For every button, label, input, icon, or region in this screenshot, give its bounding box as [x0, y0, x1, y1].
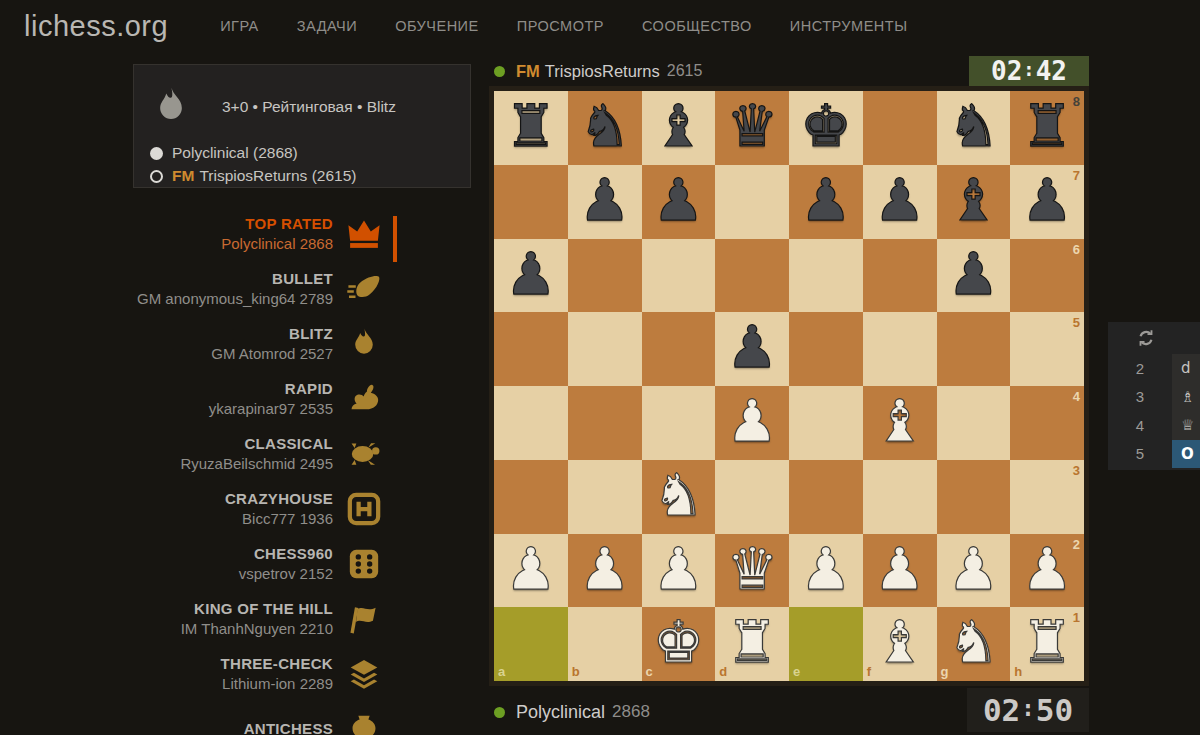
square-g3[interactable] — [937, 460, 1011, 534]
square-b4[interactable] — [568, 386, 642, 460]
file-label-h: h — [1014, 664, 1022, 679]
leaderboard-player: GM Atomrod 2527 — [211, 344, 333, 364]
layers-icon — [346, 656, 382, 692]
leaderboard-player: Polyclinical 2868 — [221, 234, 333, 254]
site-logo[interactable]: lichess.org — [24, 10, 168, 43]
leaderboard-player: Bicc777 1936 — [225, 509, 333, 529]
move-number: 2 — [1108, 354, 1172, 383]
square-a2[interactable]: ♟ — [494, 534, 568, 608]
square-f7[interactable]: ♟ — [863, 165, 937, 239]
square-c4[interactable] — [642, 386, 716, 460]
black-queen-d8[interactable]: ♛ — [715, 91, 789, 165]
leaderboard-entry-rapid[interactable]: RAPIDykarapinar97 2535 — [60, 379, 382, 419]
square-a8[interactable]: ♜ — [494, 91, 568, 165]
move-list-panel: 2d3♗4♕5O — [1108, 322, 1200, 470]
leaderboard-category: BLITZ — [211, 324, 333, 344]
move-row-3: 3♗ — [1108, 383, 1200, 412]
leaderboard-entry-chess960[interactable]: CHESS960vspetrov 2152 — [60, 544, 382, 584]
replay-icon[interactable] — [1136, 328, 1156, 348]
flag-icon — [346, 601, 382, 637]
leaderboard-category: CHESS960 — [239, 544, 333, 564]
black-player-row[interactable]: FMTrispiosReturns (2615) — [150, 167, 454, 185]
white-pawn-g2[interactable]: ♟ — [937, 534, 1011, 608]
move-number: 3 — [1108, 383, 1172, 412]
rank-label-1: 1 — [1073, 610, 1080, 625]
move-white[interactable]: ♗ — [1172, 383, 1200, 412]
black-pawn-d5[interactable]: ♟ — [715, 312, 789, 386]
leaderboard-player: Lithium-ion 2289 — [221, 674, 333, 694]
leaderboard-category: TOP RATED — [221, 214, 333, 234]
nav-item-2[interactable]: ОБУЧЕНИЕ — [395, 18, 479, 34]
file-label-g: g — [941, 664, 949, 679]
move-row-2: 2d — [1108, 354, 1200, 383]
white-knight-c3[interactable]: ♞ — [642, 460, 716, 534]
leaderboard-category: THREE-CHECK — [221, 654, 333, 674]
square-c7[interactable]: ♟ — [642, 165, 716, 239]
white-pawn-d4[interactable]: ♟ — [715, 386, 789, 460]
black-king-e8[interactable]: ♚ — [789, 91, 863, 165]
rank-label-2: 2 — [1073, 537, 1080, 552]
square-e2[interactable]: ♟ — [789, 534, 863, 608]
black-bishop-c8[interactable]: ♝ — [642, 91, 716, 165]
square-h7[interactable]: ♟7 — [1010, 165, 1084, 239]
square-f4[interactable]: ♝ — [863, 386, 937, 460]
file-label-b: b — [572, 664, 580, 679]
square-h4[interactable]: 4 — [1010, 386, 1084, 460]
black-knight-b8[interactable]: ♞ — [568, 91, 642, 165]
square-e6[interactable] — [789, 239, 863, 313]
turtle-icon — [346, 436, 382, 472]
bottom-player-bar: Polyclinical 2868 — [494, 696, 954, 728]
white-pawn-c2[interactable]: ♟ — [642, 534, 716, 608]
file-label-e: e — [793, 664, 800, 679]
time-control-label: 3+0 • Рейтинговая • Blitz — [222, 98, 396, 116]
leaderboard-player: ykarapinar97 2535 — [209, 399, 333, 419]
square-f5[interactable] — [863, 312, 937, 386]
online-dot-icon — [494, 707, 505, 718]
leaderboard-player: RyuzaBeilschmid 2495 — [180, 454, 333, 474]
leaderboard: TOP RATEDPolyclinical 2868BULLETGM anony… — [60, 214, 382, 735]
square-a6[interactable]: ♟ — [494, 239, 568, 313]
square-b1[interactable]: b — [568, 607, 642, 681]
square-d8[interactable]: ♛ — [715, 91, 789, 165]
pot-icon — [346, 711, 382, 735]
square-e7[interactable]: ♟ — [789, 165, 863, 239]
nav-item-1[interactable]: ЗАДАЧИ — [297, 18, 357, 34]
white-pawn-b2[interactable]: ♟ — [568, 534, 642, 608]
leaderboard-category: ANTICHESS — [244, 719, 333, 735]
move-rows: 2d3♗4♕5O — [1108, 354, 1200, 468]
square-b5[interactable] — [568, 312, 642, 386]
square-d1[interactable]: ♜d — [715, 607, 789, 681]
fm-title-badge: FM — [172, 167, 194, 184]
leaderboard-entry-blitz[interactable]: BLITZGM Atomrod 2527 — [60, 324, 382, 364]
leaderboard-category: RAPID — [209, 379, 333, 399]
black-pawn-a6[interactable]: ♟ — [494, 239, 568, 313]
rabbit-icon — [346, 381, 382, 417]
move-white[interactable]: d — [1172, 354, 1200, 383]
square-f8[interactable] — [863, 91, 937, 165]
leaderboard-player: IM ThanhNguyen 2210 — [181, 619, 333, 639]
dice-icon — [346, 546, 382, 582]
square-b2[interactable]: ♟ — [568, 534, 642, 608]
rank-label-6: 6 — [1073, 242, 1080, 257]
black-pawn-e7[interactable]: ♟ — [789, 165, 863, 239]
white-queen-d2[interactable]: ♛ — [715, 534, 789, 608]
rank-label-4: 4 — [1073, 389, 1080, 404]
flame-icon — [346, 326, 382, 362]
square-b7[interactable]: ♟ — [568, 165, 642, 239]
black-bishop-g7[interactable]: ♝ — [937, 165, 1011, 239]
move-row-4: 4♕ — [1108, 411, 1200, 440]
square-f2[interactable]: ♟ — [863, 534, 937, 608]
square-d2[interactable]: ♛ — [715, 534, 789, 608]
top-player-bar: FM TrispiosReturns 2615 — [494, 56, 964, 86]
leaderboard-category: KING OF THE HILL — [181, 599, 333, 619]
square-c6[interactable] — [642, 239, 716, 313]
white-pawn-f2[interactable]: ♟ — [863, 534, 937, 608]
board-frame: ♜♞♝♛♚♞♜8♟♟♟♟♝♟7♟♟6♟5♟♝4♞3♟♟♟♛♟♟♟♟2ab♚c♜d… — [489, 86, 1089, 686]
bottom-player-rating: 2868 — [612, 702, 650, 722]
leaderboard-entry-antichess[interactable]: ANTICHESS — [60, 709, 382, 735]
white-pawn-e2[interactable]: ♟ — [789, 534, 863, 608]
nav-item-5[interactable]: ИНСТРУМЕНТЫ — [790, 18, 908, 34]
square-e4[interactable] — [789, 386, 863, 460]
square-c8[interactable]: ♝ — [642, 91, 716, 165]
square-a3[interactable] — [494, 460, 568, 534]
leaderboard-player: vspetrov 2152 — [239, 564, 333, 584]
square-g4[interactable] — [937, 386, 1011, 460]
nav-items: ИГРАЗАДАЧИОБУЧЕНИЕПРОСМОТРСООБЩЕСТВОИНСТ… — [220, 18, 907, 34]
top-player-name[interactable]: TrispiosReturns — [545, 62, 660, 81]
square-e5[interactable] — [789, 312, 863, 386]
square-e1[interactable]: e — [789, 607, 863, 681]
square-g1[interactable]: ♞g — [937, 607, 1011, 681]
crown-icon — [346, 216, 382, 252]
fm-title-badge: FM — [516, 62, 540, 81]
white-bishop-f1[interactable]: ♝ — [863, 607, 937, 681]
file-label-d: d — [719, 664, 727, 679]
black-pawn-g6[interactable]: ♟ — [937, 239, 1011, 313]
leaderboard-category: BULLET — [137, 269, 333, 289]
file-label-f: f — [867, 664, 871, 679]
square-h2[interactable]: ♟2 — [1010, 534, 1084, 608]
square-f6[interactable] — [863, 239, 937, 313]
bottom-player-name[interactable]: Polyclinical — [516, 702, 605, 723]
square-d6[interactable] — [715, 239, 789, 313]
leaderboard-entry-king-of-the-hill[interactable]: KING OF THE HILLIM ThanhNguyen 2210 — [60, 599, 382, 639]
bullet-icon — [346, 271, 382, 307]
white-bishop-f4[interactable]: ♝ — [863, 386, 937, 460]
leaderboard-entry-three-check[interactable]: THREE-CHECKLithium-ion 2289 — [60, 654, 382, 694]
rank-label-3: 3 — [1073, 463, 1080, 478]
square-h3[interactable]: 3 — [1010, 460, 1084, 534]
leaderboard-entry-top-rated[interactable]: TOP RATEDPolyclinical 2868 — [60, 214, 382, 254]
leaderboard-entry-bullet[interactable]: BULLETGM anonymous_king64 2789 — [60, 269, 382, 309]
square-g2[interactable]: ♟ — [937, 534, 1011, 608]
black-knight-g8[interactable]: ♞ — [937, 91, 1011, 165]
square-b3[interactable] — [568, 460, 642, 534]
square-d7[interactable] — [715, 165, 789, 239]
white-color-icon — [150, 147, 163, 160]
leaderboard-entry-crazyhouse[interactable]: CRAZYHOUSEBicc777 1936 — [60, 489, 382, 529]
move-row-5: 5O — [1108, 440, 1200, 469]
white-player-row[interactable]: Polyclinical (2868) — [150, 144, 454, 162]
square-b6[interactable] — [568, 239, 642, 313]
top-player-clock: 02:42 — [969, 56, 1089, 86]
square-c3[interactable]: ♞ — [642, 460, 716, 534]
white-pawn-a2[interactable]: ♟ — [494, 534, 568, 608]
lichess-page: lichess.org ИГРАЗАДАЧИОБУЧЕНИЕПРОСМОТРСО… — [0, 0, 1200, 735]
square-c1[interactable]: ♚c — [642, 607, 716, 681]
square-d4[interactable]: ♟ — [715, 386, 789, 460]
leaderboard-category: CLASSICAL — [180, 434, 333, 454]
online-dot-icon — [494, 66, 505, 77]
square-e3[interactable] — [789, 460, 863, 534]
nav-item-3[interactable]: ПРОСМОТР — [517, 18, 604, 34]
move-number: 5 — [1108, 440, 1172, 469]
square-g5[interactable] — [937, 312, 1011, 386]
square-g8[interactable]: ♞ — [937, 91, 1011, 165]
rank-label-8: 8 — [1073, 94, 1080, 109]
top-nav: lichess.org ИГРАЗАДАЧИОБУЧЕНИЕПРОСМОТРСО… — [0, 0, 1200, 52]
black-pawn-c7[interactable]: ♟ — [642, 165, 716, 239]
square-c5[interactable] — [642, 312, 716, 386]
square-d5[interactable]: ♟ — [715, 312, 789, 386]
square-e8[interactable]: ♚ — [789, 91, 863, 165]
black-pawn-b7[interactable]: ♟ — [568, 165, 642, 239]
leaderboard-player: GM anonymous_king64 2789 — [137, 289, 333, 309]
square-h6[interactable]: 6 — [1010, 239, 1084, 313]
square-h5[interactable]: 5 — [1010, 312, 1084, 386]
file-label-c: c — [646, 664, 653, 679]
rank-label-5: 5 — [1073, 315, 1080, 330]
square-a7[interactable] — [494, 165, 568, 239]
leaderboard-entry-classical[interactable]: CLASSICALRyuzaBeilschmid 2495 — [60, 434, 382, 474]
blitz-flame-icon — [150, 80, 192, 134]
nav-item-4[interactable]: СООБЩЕСТВО — [642, 18, 752, 34]
black-pawn-f7[interactable]: ♟ — [863, 165, 937, 239]
black-rook-a8[interactable]: ♜ — [494, 91, 568, 165]
bottom-player-clock: 02:50 — [967, 688, 1089, 732]
square-d3[interactable] — [715, 460, 789, 534]
square-a5[interactable] — [494, 312, 568, 386]
square-b8[interactable]: ♞ — [568, 91, 642, 165]
square-f3[interactable] — [863, 460, 937, 534]
square-f1[interactable]: ♝f — [863, 607, 937, 681]
nav-item-0[interactable]: ИГРА — [220, 18, 259, 34]
square-a1[interactable]: a — [494, 607, 568, 681]
top-player-rating: 2615 — [667, 62, 703, 80]
square-h1[interactable]: ♜1h — [1010, 607, 1084, 681]
chess-board: ♜♞♝♛♚♞♜8♟♟♟♟♝♟7♟♟6♟5♟♝4♞3♟♟♟♛♟♟♟♟2ab♚c♜d… — [494, 91, 1084, 681]
file-label-a: a — [498, 664, 505, 679]
leaderboard-category: CRAZYHOUSE — [225, 489, 333, 509]
game-info-box: 3+0 • Рейтинговая • Blitz Polyclinical (… — [133, 64, 471, 188]
rank-label-7: 7 — [1073, 168, 1080, 183]
square-g7[interactable]: ♝ — [937, 165, 1011, 239]
square-h8[interactable]: ♜8 — [1010, 91, 1084, 165]
square-g6[interactable]: ♟ — [937, 239, 1011, 313]
square-a4[interactable] — [494, 386, 568, 460]
move-white[interactable]: ♕ — [1172, 411, 1200, 440]
move-white[interactable]: O — [1172, 440, 1200, 469]
move-number: 4 — [1108, 411, 1172, 440]
square-c2[interactable]: ♟ — [642, 534, 716, 608]
black-color-icon — [150, 170, 163, 183]
leaderboard-scrollbar[interactable] — [393, 216, 397, 262]
crazyhouse-icon — [346, 491, 382, 527]
